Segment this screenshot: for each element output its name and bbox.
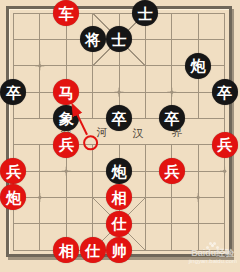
watermark: Baidu经验 jingyan.baidu.com xyxy=(189,244,237,265)
watermark-brand: Baidu经验 xyxy=(189,249,237,259)
watermark-logo-icon xyxy=(211,244,214,247)
watermark-url: jingyan.baidu.com xyxy=(189,258,237,265)
xiangqi-board: 楚 河 汉 界 车士将士炮卒马卒象卒卒兵兵兵炮兵炮相仕相仕帅 Baidu经验 j… xyxy=(0,0,240,272)
move-annotation xyxy=(0,0,240,272)
